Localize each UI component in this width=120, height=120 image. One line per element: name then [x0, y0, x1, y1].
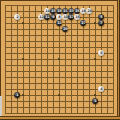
intersection[interactable]: 3 — [92, 98, 98, 104]
go-board-app: 1415192123251820212119810171651327729641… — [0, 0, 120, 120]
white-stone: 20 — [86, 8, 92, 14]
move-number: 23 — [69, 8, 73, 13]
move-number: 11 — [45, 14, 49, 19]
intersection[interactable]: 2 — [14, 14, 20, 20]
move-number: 3 — [94, 98, 96, 103]
move-number: 17 — [69, 14, 73, 19]
move-number: 1 — [16, 92, 18, 97]
move-number: 13 — [57, 20, 61, 25]
intersection[interactable]: 13 — [56, 20, 62, 26]
go-board[interactable]: 1415192123251820212119810171651327729641… — [2, 2, 116, 116]
intersection[interactable]: 27 — [80, 20, 86, 26]
star-point — [94, 22, 96, 24]
intersection[interactable]: 29 — [62, 26, 68, 32]
star-point — [58, 94, 60, 96]
black-stone: 27 — [80, 20, 86, 26]
white-stone: 2 — [14, 14, 20, 20]
intersection[interactable]: 6 — [98, 50, 104, 56]
move-number: 15 — [51, 8, 55, 13]
move-number: 27 — [81, 20, 85, 25]
move-number: 4 — [100, 86, 102, 91]
star-point — [94, 94, 96, 96]
move-number: 2 — [16, 14, 18, 19]
white-stone: 6 — [98, 50, 104, 56]
white-stone: 16 — [74, 14, 80, 20]
move-number: 8 — [58, 14, 60, 19]
intersection[interactable]: 7 — [98, 20, 104, 26]
black-stone: 1 — [14, 92, 20, 98]
move-number: 25 — [75, 8, 79, 13]
star-point — [94, 58, 96, 60]
window-corner-gutter — [0, 96, 2, 116]
star-point — [22, 22, 24, 24]
star-point — [22, 58, 24, 60]
black-stone: 7 — [98, 20, 104, 26]
black-stone: 3 — [92, 98, 98, 104]
move-number: 5 — [100, 14, 102, 19]
move-number: 16 — [75, 14, 79, 19]
board-edge-right — [117, 0, 120, 120]
move-number: 6 — [100, 50, 102, 55]
intersection[interactable]: 4 — [98, 86, 104, 92]
move-number: 20 — [87, 8, 91, 13]
move-number: 9 — [52, 14, 54, 19]
move-number: 29 — [63, 26, 67, 31]
star-point — [22, 94, 24, 96]
star-point — [58, 58, 60, 60]
intersection[interactable]: 1 — [14, 92, 20, 98]
intersection[interactable]: 20 — [86, 8, 92, 14]
black-stone: 29 — [62, 26, 68, 32]
white-stone: 4 — [98, 86, 104, 92]
move-number: 12 — [39, 14, 43, 19]
black-stone: 13 — [56, 20, 62, 26]
board-edge-bottom — [0, 116, 120, 120]
move-number: 19 — [57, 8, 61, 13]
move-number: 21 — [63, 8, 67, 13]
move-number: 7 — [100, 20, 102, 25]
move-number: 14 — [45, 8, 49, 13]
move-number: 10 — [63, 14, 67, 19]
intersection[interactable]: 16 — [74, 14, 80, 20]
move-number: 18 — [81, 8, 85, 13]
